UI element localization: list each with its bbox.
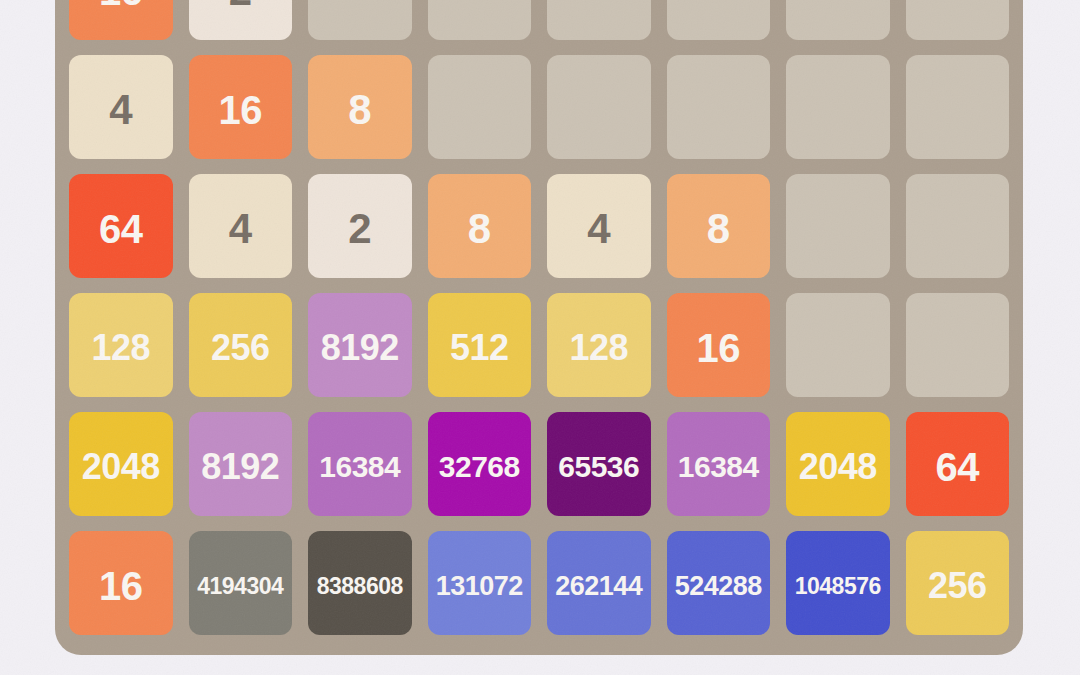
tile-4: 4: [189, 174, 293, 278]
tile-4: 4: [547, 174, 651, 278]
game-page: 1624168644284812825681925121281620488192…: [0, 0, 1080, 675]
tile-16384: 16384: [667, 412, 771, 516]
empty-cell: [906, 293, 1010, 397]
empty-cell: [667, 0, 771, 40]
tile-4: 4: [69, 55, 173, 159]
tile-128: 128: [547, 293, 651, 397]
tile-8: 8: [667, 174, 771, 278]
tile-8192: 8192: [308, 293, 412, 397]
tile-256: 256: [189, 293, 293, 397]
tile-64: 64: [906, 412, 1010, 516]
tile-512: 512: [428, 293, 532, 397]
tile-128: 128: [69, 293, 173, 397]
tile-4194304: 4194304: [189, 531, 293, 635]
empty-cell: [786, 55, 890, 159]
tile-1048576: 1048576: [786, 531, 890, 635]
game-board[interactable]: 1624168644284812825681925121281620488192…: [55, 0, 1023, 655]
tile-16: 16: [69, 531, 173, 635]
tile-65536: 65536: [547, 412, 651, 516]
tile-16: 16: [667, 293, 771, 397]
tile-256: 256: [906, 531, 1010, 635]
empty-cell: [786, 174, 890, 278]
tile-2048: 2048: [786, 412, 890, 516]
tile-16384: 16384: [308, 412, 412, 516]
board-grid: 1624168644284812825681925121281620488192…: [69, 0, 1009, 635]
tile-2: 2: [189, 0, 293, 40]
tile-262144: 262144: [547, 531, 651, 635]
empty-cell: [428, 0, 532, 40]
empty-cell: [906, 174, 1010, 278]
empty-cell: [547, 0, 651, 40]
empty-cell: [428, 55, 532, 159]
tile-8388608: 8388608: [308, 531, 412, 635]
tile-16: 16: [189, 55, 293, 159]
tile-8192: 8192: [189, 412, 293, 516]
tile-8: 8: [428, 174, 532, 278]
tile-8: 8: [308, 55, 412, 159]
empty-cell: [906, 55, 1010, 159]
tile-131072: 131072: [428, 531, 532, 635]
empty-cell: [308, 0, 412, 40]
tile-32768: 32768: [428, 412, 532, 516]
empty-cell: [786, 0, 890, 40]
empty-cell: [906, 0, 1010, 40]
tile-2048: 2048: [69, 412, 173, 516]
empty-cell: [667, 55, 771, 159]
empty-cell: [786, 293, 890, 397]
empty-cell: [547, 55, 651, 159]
tile-2: 2: [308, 174, 412, 278]
tile-64: 64: [69, 174, 173, 278]
tile-16: 16: [69, 0, 173, 40]
tile-524288: 524288: [667, 531, 771, 635]
